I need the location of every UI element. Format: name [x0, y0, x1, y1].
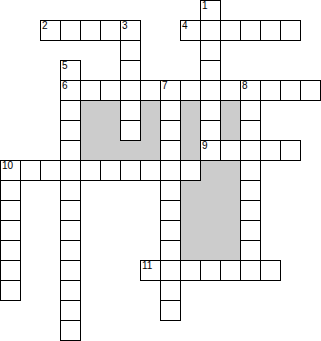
cell-r14c3[interactable]: [60, 280, 81, 301]
cell-r4c10[interactable]: [200, 80, 221, 101]
clue-number: 5: [62, 61, 68, 71]
blocked-cell: [100, 120, 121, 141]
clue-number: 3: [122, 21, 128, 31]
cell-r4c12[interactable]: 8: [240, 80, 261, 101]
blocked-cell: [200, 240, 221, 261]
cell-r11c3[interactable]: [60, 220, 81, 241]
cell-r13c9[interactable]: [180, 260, 201, 281]
cell-r3c10[interactable]: [200, 60, 221, 81]
cell-r1c9[interactable]: 4: [180, 20, 201, 41]
cell-r1c3[interactable]: [60, 20, 81, 41]
blocked-cell: [200, 180, 221, 201]
cell-r3c6[interactable]: [120, 60, 141, 81]
cell-r13c0[interactable]: [0, 260, 21, 281]
blocked-cell: [220, 200, 241, 221]
cell-r13c13[interactable]: [260, 260, 281, 281]
cell-r13c3[interactable]: [60, 260, 81, 281]
cell-r0c10[interactable]: 1: [200, 0, 221, 21]
blocked-cell: [220, 120, 241, 141]
clue-number: 6: [62, 81, 68, 91]
cell-r12c3[interactable]: [60, 240, 81, 261]
cell-r9c12[interactable]: [240, 180, 261, 201]
cell-r6c10[interactable]: [200, 120, 221, 141]
blocked-cell: [220, 100, 241, 121]
cell-r12c0[interactable]: [0, 240, 21, 261]
cell-r6c3[interactable]: [60, 120, 81, 141]
cell-r4c14[interactable]: [280, 80, 301, 101]
cell-r5c10[interactable]: [200, 100, 221, 121]
cell-r5c8[interactable]: [160, 100, 181, 121]
cell-r10c12[interactable]: [240, 200, 261, 221]
blocked-cell: [180, 240, 201, 261]
cell-r1c5[interactable]: [100, 20, 121, 41]
cell-r1c6[interactable]: 3: [120, 20, 141, 41]
cell-r14c0[interactable]: [0, 280, 21, 301]
cell-r8c5[interactable]: [100, 160, 121, 181]
cell-r7c3[interactable]: [60, 140, 81, 161]
cell-r1c14[interactable]: [280, 20, 301, 41]
blocked-cell: [80, 100, 101, 121]
blocked-cell: [200, 220, 221, 241]
blocked-cell: [220, 220, 241, 241]
cell-r2c10[interactable]: [200, 40, 221, 61]
blocked-cell: [200, 160, 221, 181]
cell-r8c0[interactable]: 10: [0, 160, 21, 181]
cell-r8c7[interactable]: [140, 160, 161, 181]
cell-r10c0[interactable]: [0, 200, 21, 221]
blocked-cell: [180, 200, 201, 221]
cell-r5c6[interactable]: [120, 100, 141, 121]
blocked-cell: [220, 180, 241, 201]
cell-r7c11[interactable]: [220, 140, 241, 161]
cell-r4c8[interactable]: 7: [160, 80, 181, 101]
cell-r4c15[interactable]: [300, 80, 321, 101]
blocked-cell: [120, 140, 141, 161]
blocked-cell: [140, 120, 161, 141]
cell-r4c13[interactable]: [260, 80, 281, 101]
cell-r7c8[interactable]: [160, 140, 181, 161]
clue-number: 1: [202, 1, 208, 11]
blocked-cell: [200, 200, 221, 221]
cell-r1c10[interactable]: [200, 20, 221, 41]
clue-number: 11: [142, 261, 152, 271]
cell-r7c13[interactable]: [260, 140, 281, 161]
clue-number: 2: [42, 21, 48, 31]
cell-r4c6[interactable]: [120, 80, 141, 101]
cell-r5c12[interactable]: [240, 100, 261, 121]
cell-r13c11[interactable]: [220, 260, 241, 281]
cell-r12c8[interactable]: [160, 240, 181, 261]
cell-r1c4[interactable]: [80, 20, 101, 41]
blocked-cell: [100, 100, 121, 121]
cell-r4c4[interactable]: [80, 80, 101, 101]
cell-r13c8[interactable]: [160, 260, 181, 281]
cell-r6c8[interactable]: [160, 120, 181, 141]
cell-r7c14[interactable]: [280, 140, 301, 161]
clue-number: 9: [202, 141, 208, 151]
clue-number: 8: [242, 81, 248, 91]
cell-r1c13[interactable]: [260, 20, 281, 41]
cell-r8c2[interactable]: [40, 160, 61, 181]
clue-number: 7: [162, 81, 168, 91]
cell-r7c12[interactable]: [240, 140, 261, 161]
cell-r12c12[interactable]: [240, 240, 261, 261]
clue-number: 4: [182, 21, 188, 31]
blocked-cell: [140, 100, 161, 121]
cell-r8c12[interactable]: [240, 160, 261, 181]
cell-r5c3[interactable]: [60, 100, 81, 121]
cell-r10c3[interactable]: [60, 200, 81, 221]
cell-r11c0[interactable]: [0, 220, 21, 241]
cell-r6c6[interactable]: [120, 120, 141, 141]
cell-r1c11[interactable]: [220, 20, 241, 41]
cell-r16c3[interactable]: [60, 320, 81, 341]
cell-r8c4[interactable]: [80, 160, 101, 181]
blocked-cell: [140, 140, 161, 161]
blocked-cell: [220, 160, 241, 181]
blocked-cell: [180, 120, 201, 141]
cell-r15c3[interactable]: [60, 300, 81, 321]
cell-r1c12[interactable]: [240, 20, 261, 41]
cell-r8c3[interactable]: [60, 160, 81, 181]
cell-r13c12[interactable]: [240, 260, 261, 281]
cell-r9c0[interactable]: [0, 180, 21, 201]
cell-r4c7[interactable]: [140, 80, 161, 101]
cell-r9c3[interactable]: [60, 180, 81, 201]
blocked-cell: [180, 180, 201, 201]
cell-r11c8[interactable]: [160, 220, 181, 241]
cell-r1c2[interactable]: 2: [40, 20, 61, 41]
cell-r8c6[interactable]: [120, 160, 141, 181]
cell-r7c10[interactable]: 9: [200, 140, 221, 161]
cell-r4c9[interactable]: [180, 80, 201, 101]
cell-r14c8[interactable]: [160, 280, 181, 301]
blocked-cell: [220, 240, 241, 261]
cell-r8c9[interactable]: [180, 160, 201, 181]
blocked-cell: [180, 100, 201, 121]
cell-r3c3[interactable]: 5: [60, 60, 81, 81]
cell-r11c12[interactable]: [240, 220, 261, 241]
cell-r4c3[interactable]: 6: [60, 80, 81, 101]
blocked-cell: [80, 140, 101, 161]
clue-number: 10: [2, 161, 13, 171]
blocked-cell: [180, 140, 201, 161]
cell-r6c12[interactable]: [240, 120, 261, 141]
cell-r2c6[interactable]: [120, 40, 141, 61]
cell-r4c5[interactable]: [100, 80, 121, 101]
blocked-cell: [80, 120, 101, 141]
cell-r15c8[interactable]: [160, 300, 181, 321]
cell-r10c8[interactable]: [160, 200, 181, 221]
blocked-cell: [100, 140, 121, 161]
cell-r8c1[interactable]: [20, 160, 41, 181]
cell-r4c11[interactable]: [220, 80, 241, 101]
crossword-grid: 1234567891011: [0, 0, 321, 341]
cell-r9c8[interactable]: [160, 180, 181, 201]
cell-r8c8[interactable]: [160, 160, 181, 181]
blocked-cell: [180, 220, 201, 241]
cell-r13c7[interactable]: 11: [140, 260, 161, 281]
cell-r13c10[interactable]: [200, 260, 221, 281]
